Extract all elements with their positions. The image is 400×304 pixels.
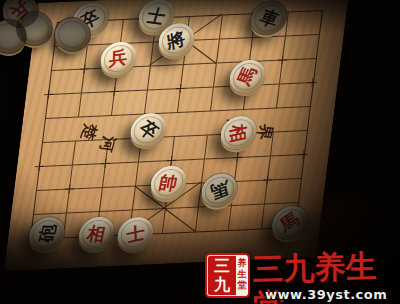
point-marker: [79, 64, 89, 73]
piece-character: 將: [166, 29, 186, 52]
piece-character: 馬: [209, 178, 231, 202]
point-marker: [64, 184, 74, 193]
piece-red-士: 士: [369, 235, 400, 268]
river-character: 界: [255, 123, 275, 141]
piece-character: 卒: [136, 117, 162, 142]
logo-yangshengtang-text: 养 生 堂: [236, 255, 248, 296]
point-marker: [109, 87, 119, 96]
point-marker: [307, 78, 317, 87]
photo-stage: 楚河漢界 卒士將車兵馬卒相帥馬砲相士馬 兵士 三 九 养 生 堂 三九养生堂 w…: [0, 0, 400, 304]
watermark-url-text: www.39yst.com: [265, 287, 387, 302]
river-character: 河: [97, 135, 117, 153]
point-marker: [232, 153, 242, 162]
piece-character: 馬: [235, 65, 259, 88]
piece-blank-disc: [0, 20, 26, 53]
piece-blank-disc: [55, 18, 90, 51]
board-cell: [40, 141, 76, 166]
piece-character: 帥: [157, 173, 179, 192]
point-marker: [277, 55, 287, 64]
board-cell: [286, 11, 322, 36]
board-cell: [283, 35, 319, 60]
piece-character: 士: [126, 223, 145, 245]
piece-character: 相: [229, 122, 248, 144]
board-cell: [229, 205, 265, 230]
piece-character: 士: [145, 6, 168, 26]
river-character: 楚: [79, 123, 99, 141]
piece-character: 兵: [109, 48, 128, 68]
piece-character: 相: [85, 224, 107, 243]
point-marker: [298, 150, 308, 159]
piece-character: 砲: [36, 224, 58, 243]
board-cell: [181, 64, 217, 89]
point-marker: [100, 159, 110, 168]
point-marker: [175, 84, 185, 93]
point-marker: [166, 156, 176, 165]
piece-character: 馬: [277, 210, 302, 235]
board-cell: [172, 136, 208, 161]
board-cell: [175, 112, 211, 137]
board-cell: [43, 117, 79, 142]
board-cell: [196, 206, 232, 231]
piece-character: 車: [257, 7, 281, 30]
board-cell: [100, 187, 136, 212]
point-marker: [43, 90, 53, 99]
point-marker: [34, 162, 44, 171]
piece-character: 士: [374, 239, 397, 262]
point-marker: [262, 175, 272, 184]
board-cell: [274, 107, 310, 132]
